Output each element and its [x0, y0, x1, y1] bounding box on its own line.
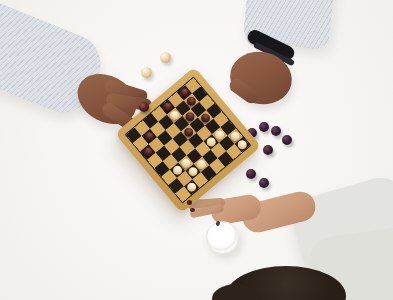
captured-dark-piece[interactable] [263, 145, 273, 155]
off-board-light-piece[interactable] [141, 67, 152, 78]
captured-dark-piece[interactable] [246, 169, 256, 179]
held-dark-piece[interactable] [139, 102, 149, 112]
captured-dark-piece[interactable] [259, 178, 269, 188]
captured-dark-piece[interactable] [259, 122, 269, 132]
painted-nail [187, 200, 192, 205]
captured-dark-piece[interactable] [271, 126, 281, 136]
coffee-cup [206, 221, 239, 254]
off-board-light-piece[interactable] [160, 52, 171, 63]
photo-scene [0, 0, 393, 300]
painted-nail [190, 208, 195, 212]
captured-dark-piece[interactable] [282, 135, 292, 145]
